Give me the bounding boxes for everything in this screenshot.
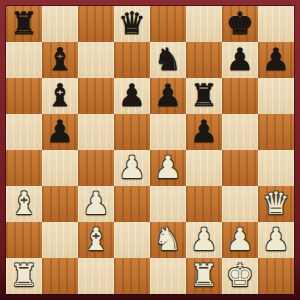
white-pawn[interactable]: ♟ xyxy=(190,222,218,257)
square-c1[interactable] xyxy=(78,258,114,294)
white-pawn[interactable]: ♟ xyxy=(82,186,110,221)
square-e6[interactable]: ♟ xyxy=(150,78,186,114)
black-rook[interactable]: ♜ xyxy=(10,6,38,41)
black-pawn[interactable]: ♟ xyxy=(226,42,254,77)
square-e1[interactable] xyxy=(150,258,186,294)
black-pawn[interactable]: ♟ xyxy=(262,42,290,77)
square-b4[interactable] xyxy=(42,150,78,186)
square-f5[interactable]: ♟ xyxy=(186,114,222,150)
square-f2[interactable]: ♟ xyxy=(186,222,222,258)
square-f1[interactable]: ♜ xyxy=(186,258,222,294)
square-g3[interactable] xyxy=(222,186,258,222)
square-d5[interactable] xyxy=(114,114,150,150)
white-knight[interactable]: ♞ xyxy=(154,222,182,257)
square-a2[interactable] xyxy=(6,222,42,258)
square-g5[interactable] xyxy=(222,114,258,150)
square-a3[interactable]: ♝ xyxy=(6,186,42,222)
chess-board-frame: ♜♛♚♝♞♟♟♝♟♟♜♟♟♟♟♝♟♛♝♞♟♟♟♜♜♚ xyxy=(0,0,300,300)
square-f6[interactable]: ♜ xyxy=(186,78,222,114)
square-h1[interactable] xyxy=(258,258,294,294)
square-e5[interactable] xyxy=(150,114,186,150)
white-pawn[interactable]: ♟ xyxy=(154,150,182,185)
square-c6[interactable] xyxy=(78,78,114,114)
square-h4[interactable] xyxy=(258,150,294,186)
black-bishop[interactable]: ♝ xyxy=(46,78,74,113)
black-pawn[interactable]: ♟ xyxy=(118,78,146,113)
white-bishop[interactable]: ♝ xyxy=(10,186,38,221)
square-a1[interactable]: ♜ xyxy=(6,258,42,294)
square-f3[interactable] xyxy=(186,186,222,222)
black-pawn[interactable]: ♟ xyxy=(154,78,182,113)
square-d3[interactable] xyxy=(114,186,150,222)
square-g4[interactable] xyxy=(222,150,258,186)
square-c4[interactable] xyxy=(78,150,114,186)
square-g8[interactable]: ♚ xyxy=(222,6,258,42)
square-d7[interactable] xyxy=(114,42,150,78)
square-b1[interactable] xyxy=(42,258,78,294)
square-b8[interactable] xyxy=(42,6,78,42)
square-c3[interactable]: ♟ xyxy=(78,186,114,222)
square-c8[interactable] xyxy=(78,6,114,42)
square-e4[interactable]: ♟ xyxy=(150,150,186,186)
square-g7[interactable]: ♟ xyxy=(222,42,258,78)
white-rook[interactable]: ♜ xyxy=(10,258,38,293)
square-g6[interactable] xyxy=(222,78,258,114)
square-a4[interactable] xyxy=(6,150,42,186)
square-a5[interactable] xyxy=(6,114,42,150)
square-h3[interactable]: ♛ xyxy=(258,186,294,222)
square-c5[interactable] xyxy=(78,114,114,150)
square-d4[interactable]: ♟ xyxy=(114,150,150,186)
black-pawn[interactable]: ♟ xyxy=(190,114,218,149)
square-d8[interactable]: ♛ xyxy=(114,6,150,42)
black-king[interactable]: ♚ xyxy=(226,6,254,41)
square-f8[interactable] xyxy=(186,6,222,42)
white-pawn[interactable]: ♟ xyxy=(226,222,254,257)
square-a6[interactable] xyxy=(6,78,42,114)
square-b5[interactable]: ♟ xyxy=(42,114,78,150)
black-pawn[interactable]: ♟ xyxy=(46,114,74,149)
square-e3[interactable] xyxy=(150,186,186,222)
black-rook[interactable]: ♜ xyxy=(190,78,218,113)
square-b7[interactable]: ♝ xyxy=(42,42,78,78)
white-pawn[interactable]: ♟ xyxy=(118,150,146,185)
square-e2[interactable]: ♞ xyxy=(150,222,186,258)
square-h6[interactable] xyxy=(258,78,294,114)
square-c7[interactable] xyxy=(78,42,114,78)
square-e7[interactable]: ♞ xyxy=(150,42,186,78)
square-h5[interactable] xyxy=(258,114,294,150)
square-b3[interactable] xyxy=(42,186,78,222)
square-g1[interactable]: ♚ xyxy=(222,258,258,294)
black-knight[interactable]: ♞ xyxy=(154,42,182,77)
black-queen[interactable]: ♛ xyxy=(118,6,146,41)
white-queen[interactable]: ♛ xyxy=(262,186,290,221)
square-d2[interactable] xyxy=(114,222,150,258)
square-a7[interactable] xyxy=(6,42,42,78)
square-g2[interactable]: ♟ xyxy=(222,222,258,258)
square-f7[interactable] xyxy=(186,42,222,78)
white-bishop[interactable]: ♝ xyxy=(82,222,110,257)
square-d6[interactable]: ♟ xyxy=(114,78,150,114)
square-d1[interactable] xyxy=(114,258,150,294)
square-c2[interactable]: ♝ xyxy=(78,222,114,258)
square-h2[interactable]: ♟ xyxy=(258,222,294,258)
black-bishop[interactable]: ♝ xyxy=(46,42,74,77)
square-h7[interactable]: ♟ xyxy=(258,42,294,78)
square-h8[interactable] xyxy=(258,6,294,42)
white-rook[interactable]: ♜ xyxy=(190,258,218,293)
square-e8[interactable] xyxy=(150,6,186,42)
white-king[interactable]: ♚ xyxy=(226,258,254,293)
square-f4[interactable] xyxy=(186,150,222,186)
white-pawn[interactable]: ♟ xyxy=(262,222,290,257)
square-b2[interactable] xyxy=(42,222,78,258)
square-b6[interactable]: ♝ xyxy=(42,78,78,114)
square-a8[interactable]: ♜ xyxy=(6,6,42,42)
chess-board: ♜♛♚♝♞♟♟♝♟♟♜♟♟♟♟♝♟♛♝♞♟♟♟♜♜♚ xyxy=(6,6,294,294)
